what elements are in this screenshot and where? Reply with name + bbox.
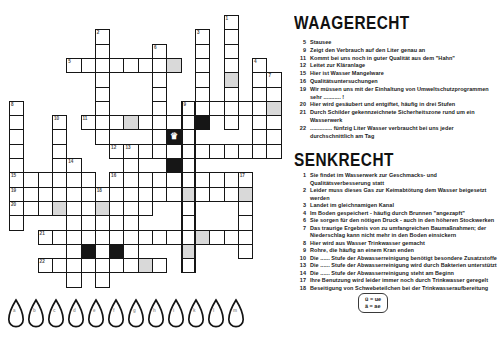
water-drop[interactable]: g	[126, 298, 146, 332]
clue-text: .............. fünfzig Liter Wasser verb…	[310, 125, 498, 141]
grid-cell[interactable]	[109, 230, 124, 245]
clue-number: 21	[296, 109, 310, 117]
grid-cell[interactable]	[123, 258, 138, 273]
grid-cell[interactable]	[138, 144, 153, 159]
grid-cell[interactable]	[238, 201, 253, 216]
grid-cell[interactable]	[209, 187, 224, 202]
grid-cell[interactable]	[224, 187, 239, 202]
clue-text: Hier wird gesäubert und entgiftet, häufi…	[310, 101, 498, 109]
grid-cell[interactable]	[224, 87, 239, 102]
clue-number-label: 21	[40, 231, 45, 236]
grid-cell[interactable]	[252, 72, 267, 87]
solution-letter-cell[interactable]	[181, 187, 196, 202]
solution-letter-cell[interactable]	[266, 101, 281, 116]
grid-cell[interactable]	[95, 244, 110, 259]
grid-cell[interactable]: 15	[9, 172, 24, 187]
grid-cell[interactable]	[209, 101, 224, 116]
grid-cell[interactable]	[152, 115, 167, 130]
clue-item: 9Rohre, die häufig an einem Kran enden	[296, 247, 498, 255]
drop-letter: i	[173, 308, 174, 313]
clue-item: 6Sie sorgen für den nötigen Druck - auch…	[296, 217, 498, 225]
grid-cell[interactable]	[95, 115, 110, 130]
clue-text: Leider muss dieses Gas zur Keimabtötung …	[310, 187, 498, 202]
clue-item: 21Durch Schilder gekennzeichnete Sicherh…	[296, 109, 498, 125]
grid-cell[interactable]	[252, 115, 267, 130]
grid-cell[interactable]	[181, 172, 196, 187]
grid-cell[interactable]	[266, 115, 281, 130]
clue-item: 15Hier ist Wasser Mangelware	[296, 70, 498, 78]
drop-letter: d	[73, 308, 76, 313]
grid-cell[interactable]	[181, 144, 196, 159]
clue-number: 2	[296, 187, 310, 195]
clue-text: Rohre, die häufig an einem Kran enden	[310, 247, 498, 255]
grid-cell[interactable]	[209, 144, 224, 159]
clue-number: 4	[296, 210, 310, 218]
drop-letter: a	[13, 308, 16, 313]
grid-cell[interactable]	[109, 115, 124, 130]
grid-cell[interactable]	[138, 201, 153, 216]
clue-number: 1	[296, 172, 310, 180]
clue-text: Hier wird aus Wasser Trinkwasser gemacht	[310, 240, 498, 248]
clue-number-label: 19	[11, 188, 16, 193]
clue-number: 13	[296, 262, 310, 270]
clue-text: Wir müssen uns mit der Einhaltung von Um…	[310, 86, 498, 102]
clue-text: Durch Schilder gekennzeichnete Sicherhei…	[310, 109, 498, 125]
grid-cell[interactable]	[9, 115, 24, 130]
grid-cell[interactable]	[66, 215, 81, 230]
clue-number: 18	[296, 285, 310, 293]
clue-item: 14Die ...... Stufe der Abwasserreinigung…	[296, 270, 498, 278]
clue-number-label: 4	[254, 59, 257, 64]
clue-item: 5Stausee	[296, 39, 498, 47]
grid-cell[interactable]	[238, 230, 253, 245]
grid-cell[interactable]: 10	[52, 115, 67, 130]
drop-letter: l	[213, 308, 214, 313]
water-drop[interactable]: f	[106, 298, 126, 332]
clue-number: 5	[296, 39, 310, 47]
grid-cell[interactable]	[66, 244, 81, 259]
grid-cell[interactable]	[123, 172, 138, 187]
grid-cell[interactable]	[138, 172, 153, 187]
grid-cell[interactable]	[138, 58, 153, 73]
grid-cell[interactable]	[181, 258, 196, 273]
clue-number-label: 15	[11, 173, 16, 178]
grid-cell[interactable]: 16	[109, 172, 124, 187]
clue-item: 19Wir müssen uns mit der Einhaltung von …	[296, 86, 498, 102]
crown-cell: ♛	[166, 129, 181, 144]
clue-item: 7Das traurige Ergebnis von zu umfangreic…	[296, 225, 498, 240]
clue-item: 12Leitet zur Kläranlage	[296, 62, 498, 70]
grid-cell[interactable]	[95, 215, 110, 230]
grid-cell[interactable]	[66, 258, 81, 273]
solution-letter-cell[interactable]	[52, 201, 67, 216]
umlaut-legend: ü = ue ä = ae	[358, 293, 388, 313]
grid-cell[interactable]	[166, 172, 181, 187]
clue-item: 18Beseitigung von Schwebeteilchen bei de…	[296, 285, 498, 293]
water-drop[interactable]: h	[146, 298, 166, 332]
clue-number-label: 8	[11, 102, 14, 107]
clue-number-label: 14	[68, 159, 73, 164]
clue-text: Im Boden gespeichert - häufig durch Brun…	[310, 210, 498, 218]
grid-cell[interactable]	[23, 172, 38, 187]
clue-text: Die ...... Stufe der Abwasserreinigung s…	[310, 270, 498, 278]
grid-cell[interactable]	[266, 87, 281, 102]
drop-letter: g	[133, 308, 136, 313]
grid-cell[interactable]	[38, 201, 53, 216]
clue-item: 13Die ...... Stufe der Abwasserreinigung…	[296, 262, 498, 270]
grid-cell[interactable]	[95, 44, 110, 59]
grid-cell[interactable]	[109, 187, 124, 202]
grid-cell[interactable]	[52, 230, 67, 245]
grid-cell[interactable]	[66, 230, 81, 245]
grid-cell[interactable]	[38, 187, 53, 202]
grid-cell[interactable]	[195, 87, 210, 102]
clue-item: 20Hier wird gesäubert und entgiftet, häu…	[296, 101, 498, 109]
drop-letter: c	[53, 308, 56, 313]
water-drop[interactable]: c	[46, 298, 66, 332]
grid-cell[interactable]	[109, 201, 124, 216]
clue-number-label: 13	[125, 145, 130, 150]
grid-cell[interactable]	[95, 230, 110, 245]
grid-cell[interactable]	[195, 101, 210, 116]
grid-cell[interactable]	[181, 215, 196, 230]
drop-letter: b	[33, 308, 36, 313]
clue-number-label: 1	[226, 16, 229, 21]
grid-cell[interactable]	[9, 158, 24, 173]
grid-cell[interactable]: 20	[9, 201, 24, 216]
solution-letter-cell[interactable]	[238, 187, 253, 202]
grid-cell[interactable]	[238, 215, 253, 230]
clue-number: 11	[296, 55, 310, 63]
grid-cell[interactable]	[181, 230, 196, 245]
grid-cell[interactable]	[66, 201, 81, 216]
clue-text: Ihre Benutzung wird leider immer noch du…	[310, 277, 498, 285]
grid-cell[interactable]	[152, 87, 167, 102]
grid-cell[interactable]	[195, 72, 210, 87]
clue-number-label: 22	[40, 259, 45, 264]
drop-letter: h	[153, 308, 156, 313]
clue-number-label: 3	[197, 30, 200, 35]
grid-cell[interactable]: 22	[38, 258, 53, 273]
solution-letter-cell[interactable]	[123, 115, 138, 130]
clue-item: 2Leider muss dieses Gas zur Keimabtötung…	[296, 187, 498, 202]
grid-cell[interactable]	[95, 258, 110, 273]
clue-number: 19	[296, 86, 310, 94]
grid-cell[interactable]	[252, 144, 267, 159]
solution-letter-cell[interactable]	[224, 72, 239, 87]
clue-number: 9	[296, 47, 310, 55]
clue-number: 14	[296, 270, 310, 278]
grid-cell[interactable]	[66, 272, 81, 287]
clue-text: Stausee	[310, 39, 498, 47]
grid-cell[interactable]: 17	[238, 172, 253, 187]
clue-number: 12	[296, 62, 310, 70]
grid-cell[interactable]	[238, 244, 253, 259]
clue-number-label: 5	[68, 59, 71, 64]
grid-cell[interactable]	[238, 101, 253, 116]
clue-item: 22.............. fünfzig Liter Wasser ve…	[296, 125, 498, 141]
solution-letter-cell[interactable]	[181, 244, 196, 259]
clue-text: Beseitigung von Schwebeteilchen bei der …	[310, 285, 498, 293]
clue-text: Das traurige Ergebnis von zu umfangreich…	[310, 225, 498, 240]
grid-cell[interactable]	[166, 230, 181, 245]
grid-cell[interactable]	[81, 58, 96, 73]
clue-text: Zeigt den Verbrauch auf den Liter genau …	[310, 47, 498, 55]
water-drop[interactable]: d	[66, 298, 86, 332]
grid-cell[interactable]	[195, 187, 210, 202]
grid-cell[interactable]: 13	[123, 144, 138, 159]
grid-cell[interactable]	[181, 158, 196, 173]
grid-cell[interactable]: 21	[38, 230, 53, 245]
grid-cell[interactable]	[81, 172, 96, 187]
grid-cell[interactable]	[123, 158, 138, 173]
down-clue-list: 1Sie findet im Wasserwerk zur Geschmacks…	[296, 172, 498, 292]
grid-cell[interactable]	[181, 201, 196, 216]
grid-cell[interactable]	[52, 158, 67, 173]
grid-cell[interactable]	[95, 87, 110, 102]
grid-cell[interactable]	[138, 115, 153, 130]
grid-cell[interactable]: 7	[266, 72, 281, 87]
grid-cell[interactable]	[152, 187, 167, 202]
clue-item: 3Landet im gleichnamigen Kanal	[296, 202, 498, 210]
grid-cell[interactable]: 2	[95, 29, 110, 44]
grid-cell[interactable]	[224, 144, 239, 159]
clue-number: 6	[296, 217, 310, 225]
grid-cell[interactable]	[152, 172, 167, 187]
grid-cell[interactable]	[181, 115, 196, 130]
clue-number-label: 7	[268, 73, 271, 78]
grid-cell[interactable]: 12	[109, 144, 124, 159]
grid-cell[interactable]	[95, 272, 110, 287]
across-heading: WAAGERECHT	[294, 13, 410, 34]
grid-cell[interactable]	[123, 201, 138, 216]
drop-letter: f	[113, 308, 115, 313]
grid-cell[interactable]	[138, 230, 153, 245]
water-drop[interactable]: i	[166, 298, 186, 332]
grid-cell[interactable]	[224, 44, 239, 59]
grid-cell[interactable]	[209, 172, 224, 187]
grid-cell[interactable]	[152, 258, 167, 273]
crossword-grid: 1236547891011♛1213141516171918202122	[9, 15, 287, 293]
grid-cell[interactable]	[109, 58, 124, 73]
grid-cell[interactable]	[95, 58, 110, 73]
clue-text: Kommt bei uns noch in guter Qualität aus…	[310, 55, 498, 63]
grid-cell[interactable]	[138, 187, 153, 202]
clue-text: Die ...... Stufe der Abwasserreinigung w…	[310, 262, 498, 270]
grid-cell[interactable]	[152, 129, 167, 144]
clue-number: 20	[296, 101, 310, 109]
across-clue-list: 5Stausee9Zeigt den Verbrauch auf den Lit…	[296, 39, 498, 140]
clue-number-label: 11	[83, 116, 88, 121]
grid-cell[interactable]: 6	[152, 44, 167, 59]
umlaut-legend-line1: ü = ue	[365, 296, 381, 303]
umlaut-legend-line2: ä = ae	[365, 303, 381, 310]
grid-cell[interactable]: 1	[224, 15, 239, 30]
black-cell	[81, 244, 96, 259]
clue-item: 16Qualitätsuntersuchungen	[296, 78, 498, 86]
clue-text: Landet im gleichnamigen Kanal	[310, 202, 498, 210]
grid-cell[interactable]	[224, 115, 239, 130]
grid-cell[interactable]	[81, 230, 96, 245]
grid-cell[interactable]	[52, 129, 67, 144]
grid-cell[interactable]	[252, 101, 267, 116]
clue-number-label: 16	[111, 173, 116, 178]
grid-cell[interactable]	[252, 129, 267, 144]
grid-cell[interactable]: 5	[66, 58, 81, 73]
clue-number-label: 17	[240, 173, 245, 178]
grid-cell[interactable]	[238, 144, 253, 159]
grid-cell[interactable]	[23, 201, 38, 216]
grid-cell[interactable]	[123, 58, 138, 73]
grid-cell[interactable]	[209, 230, 224, 245]
grid-cell[interactable]	[195, 44, 210, 59]
clue-text: Qualitätsuntersuchungen	[310, 78, 498, 86]
clue-text: Sie findet im Wasserwerk zur Geschmacks-…	[310, 172, 498, 187]
black-cell	[195, 115, 210, 130]
clue-item: 10Die ...... Stufe der Abwasserreinigung…	[296, 255, 498, 263]
grid-cell[interactable]	[195, 172, 210, 187]
clue-number: 22	[296, 125, 310, 133]
clue-text: Hier ist Wasser Mangelware	[310, 70, 498, 78]
grid-cell[interactable]	[123, 187, 138, 202]
grid-cell[interactable]	[166, 115, 181, 130]
clue-number-label: 20	[11, 202, 16, 207]
grid-cell[interactable]	[23, 187, 38, 202]
grid-cell[interactable]	[224, 29, 239, 44]
solution-letter-cell[interactable]	[95, 201, 110, 216]
water-drop[interactable]: e	[86, 298, 106, 332]
grid-cell[interactable]	[152, 144, 167, 159]
grid-cell[interactable]	[9, 144, 24, 159]
grid-cell[interactable]	[123, 230, 138, 245]
clue-number: 3	[296, 202, 310, 210]
clue-number: 15	[296, 70, 310, 78]
water-drop[interactable]: m	[226, 298, 246, 332]
clue-item: 8Hier wird aus Wasser Trinkwasser gemach…	[296, 240, 498, 248]
grid-cell[interactable]	[152, 230, 167, 245]
clue-item: 4Im Boden gespeichert - häufig durch Bru…	[296, 210, 498, 218]
clue-text: Sie sorgen für den nötigen Druck - auch …	[310, 217, 498, 225]
grid-cell[interactable]: 11	[81, 115, 96, 130]
solution-letter-cell[interactable]	[195, 230, 210, 245]
clue-number: 9	[296, 247, 310, 255]
water-drop[interactable]: l	[206, 298, 226, 332]
grid-cell[interactable]	[181, 129, 196, 144]
grid-cell[interactable]	[52, 144, 67, 159]
grid-cell[interactable]: 14	[66, 158, 81, 173]
solution-letter-cell[interactable]	[138, 258, 153, 273]
grid-cell[interactable]	[266, 129, 281, 144]
clue-number: 17	[296, 277, 310, 285]
grid-cell[interactable]	[109, 258, 124, 273]
grid-cell[interactable]	[266, 144, 281, 159]
water-drop[interactable]: a	[6, 298, 26, 332]
clue-text: Die ...... Stufe der Abwasserreinigung b…	[310, 255, 498, 263]
grid-cell[interactable]	[252, 87, 267, 102]
drop-letter: e	[93, 308, 96, 313]
clue-item: 9Zeigt den Verbrauch auf den Liter genau…	[296, 47, 498, 55]
grid-cell[interactable]	[95, 72, 110, 87]
solution-drops-row: abcdefghiklm	[6, 298, 246, 332]
clue-number-label: 12	[111, 145, 116, 150]
black-cell	[109, 244, 124, 259]
clue-number-label: 6	[154, 45, 157, 50]
grid-cell[interactable]	[66, 187, 81, 202]
grid-cell[interactable]	[166, 144, 181, 159]
grid-cell[interactable]	[52, 258, 67, 273]
grid-cell[interactable]	[66, 172, 81, 187]
grid-cell[interactable]: 9	[181, 101, 196, 116]
clue-text: Leitet zur Kläranlage	[310, 62, 498, 70]
clue-number-label: 9	[184, 102, 187, 107]
clue-number: 8	[296, 240, 310, 248]
clue-item: 17Ihre Benutzung wird leider immer noch …	[296, 277, 498, 285]
drop-letter: k	[193, 308, 196, 313]
grid-cell[interactable]	[152, 101, 167, 116]
clue-number-label: 2	[97, 30, 100, 35]
clue-item: 1Sie findet im Wasserwerk zur Geschmacks…	[296, 172, 498, 187]
clue-number-label: 10	[54, 116, 59, 121]
grid-cell[interactable]	[166, 187, 181, 202]
water-drop[interactable]: b	[26, 298, 46, 332]
grid-cell[interactable]: 18	[95, 187, 110, 202]
down-heading: SENKRECHT	[294, 150, 394, 171]
drop-letter: m	[233, 308, 237, 313]
grid-cell[interactable]	[95, 129, 110, 144]
clue-item: 11Kommt bei uns noch in guter Qualität a…	[296, 55, 498, 63]
grid-cell[interactable]	[9, 129, 24, 144]
clue-number-label: 18	[97, 188, 102, 193]
grid-cell[interactable]	[195, 58, 210, 73]
grid-cell[interactable]	[152, 72, 167, 87]
grid-cell[interactable]	[81, 187, 96, 202]
grid-cell[interactable]	[123, 215, 138, 230]
grid-cell[interactable]	[224, 58, 239, 73]
clue-number: 10	[296, 255, 310, 263]
grid-cell[interactable]	[195, 144, 210, 159]
solution-letter-cell[interactable]	[166, 58, 181, 73]
grid-cell[interactable]	[38, 172, 53, 187]
grid-cell[interactable]	[152, 58, 167, 73]
grid-cell[interactable]	[52, 187, 67, 202]
grid-cell[interactable]	[123, 244, 138, 259]
grid-cell[interactable]	[224, 172, 239, 187]
grid-cell[interactable]	[224, 101, 239, 116]
grid-cell[interactable]	[224, 230, 239, 245]
grid-cell[interactable]	[81, 201, 96, 216]
grid-cell[interactable]: 4	[252, 58, 267, 73]
grid-cell[interactable]	[9, 215, 24, 230]
grid-cell[interactable]: 3	[195, 29, 210, 44]
clue-number: 16	[296, 78, 310, 86]
water-drop[interactable]: k	[186, 298, 206, 332]
clue-number: 7	[296, 225, 310, 233]
grid-cell[interactable]	[81, 258, 96, 273]
grid-cell[interactable]	[95, 101, 110, 116]
grid-cell[interactable]: 19	[9, 187, 24, 202]
black-cell	[166, 158, 181, 173]
grid-cell[interactable]: 8	[9, 101, 24, 116]
grid-cell[interactable]	[52, 172, 67, 187]
